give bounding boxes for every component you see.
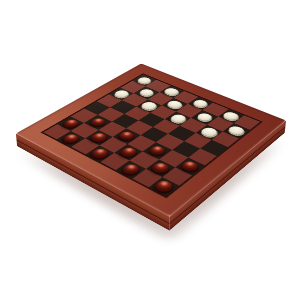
square-r7c1-dark [57, 131, 85, 147]
square-r7c6-red [132, 169, 162, 188]
square-r6c4-dark [114, 144, 143, 161]
square-r4c4-dark [141, 127, 169, 142]
square-r5c6-red [159, 150, 188, 167]
square-r2c7-red [212, 131, 240, 147]
square-r6c6-dark [146, 159, 176, 177]
square-r4c6-dark [172, 141, 200, 157]
square-r7c5-dark [116, 161, 146, 179]
maroon-checker-piece-r7c7 [153, 179, 176, 193]
square-r7c2-red [71, 138, 99, 154]
square-r7c7-dark [149, 177, 180, 196]
maroon-checker-piece-r7c3 [89, 147, 111, 160]
maroon-checker-piece-r6c2 [88, 132, 109, 144]
square-r3c6-red [184, 133, 212, 149]
maroon-checker-piece-r7c5 [120, 163, 142, 177]
board-wooden-frame [16, 63, 286, 216]
maroon-checker-piece-r5c7 [179, 160, 201, 173]
square-r6c7-red [162, 167, 192, 185]
maroon-checker-piece-r5c3 [116, 130, 137, 142]
square-r5c5-dark [143, 142, 172, 159]
photo-scene [0, 0, 300, 300]
square-r3c7-dark [200, 140, 228, 156]
checkers-board [16, 63, 286, 216]
maroon-checker-piece-r5c5 [147, 144, 168, 156]
square-r4c7-red [188, 148, 217, 165]
maroon-checker-piece-r6c4 [118, 146, 140, 159]
maroon-checker-piece-r7c1 [60, 133, 81, 145]
square-r7c3-dark [85, 145, 114, 162]
square-r4c5-red [156, 134, 184, 150]
square-r6c5-red [130, 151, 159, 168]
square-r5c4-red [128, 135, 156, 151]
square-r6c2-dark [85, 130, 113, 146]
square-r5c3-dark [113, 128, 141, 144]
maroon-checker-piece-r6c6 [149, 161, 171, 174]
square-r3c5-dark [168, 126, 195, 141]
square-r6c3-red [99, 137, 127, 153]
square-r7c4-red [100, 153, 129, 170]
square-r5c7-dark [175, 158, 204, 176]
ivory-checker-piece-r2c6 [199, 126, 219, 137]
